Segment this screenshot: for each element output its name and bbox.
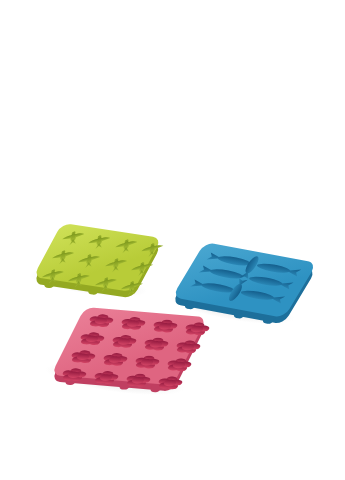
flower-cavity	[75, 331, 108, 347]
flower-tray	[51, 307, 207, 385]
bird-cavity	[129, 258, 154, 279]
flower-cavity	[180, 321, 213, 337]
flower-cavity	[121, 373, 154, 389]
fish-cavity	[237, 288, 286, 304]
bird-cavity	[60, 227, 85, 248]
bird-tray-face	[33, 223, 162, 292]
fish-cavity-area	[183, 248, 306, 311]
bird-cavity	[103, 254, 128, 275]
flower-cavity	[57, 367, 90, 383]
bird-cavity	[40, 265, 65, 286]
flower-cavity	[107, 334, 140, 350]
flower-cavity	[98, 352, 131, 368]
bird-tray	[33, 223, 162, 292]
flower-tray-face	[51, 307, 207, 385]
bird-cavity	[92, 273, 117, 294]
fish-cavity	[245, 274, 294, 290]
bird-cavity	[66, 269, 91, 290]
flower-cavity	[116, 316, 149, 332]
bird-cavity	[113, 235, 138, 256]
fish-tray	[172, 242, 317, 318]
flower-cavity	[139, 337, 172, 353]
fish-cavity	[254, 260, 303, 276]
bird-cavity	[139, 239, 164, 260]
flower-cavity	[130, 355, 163, 371]
bird-cavity	[50, 246, 75, 267]
flower-cavity	[148, 319, 181, 335]
flower-cavity	[84, 313, 117, 329]
flower-cavity	[66, 349, 99, 365]
product-photo-stage	[0, 0, 345, 480]
flower-cavity	[162, 357, 195, 373]
flower-cavity-grid	[57, 313, 213, 391]
flower-cavity	[171, 339, 204, 355]
flower-cavity	[89, 370, 122, 386]
